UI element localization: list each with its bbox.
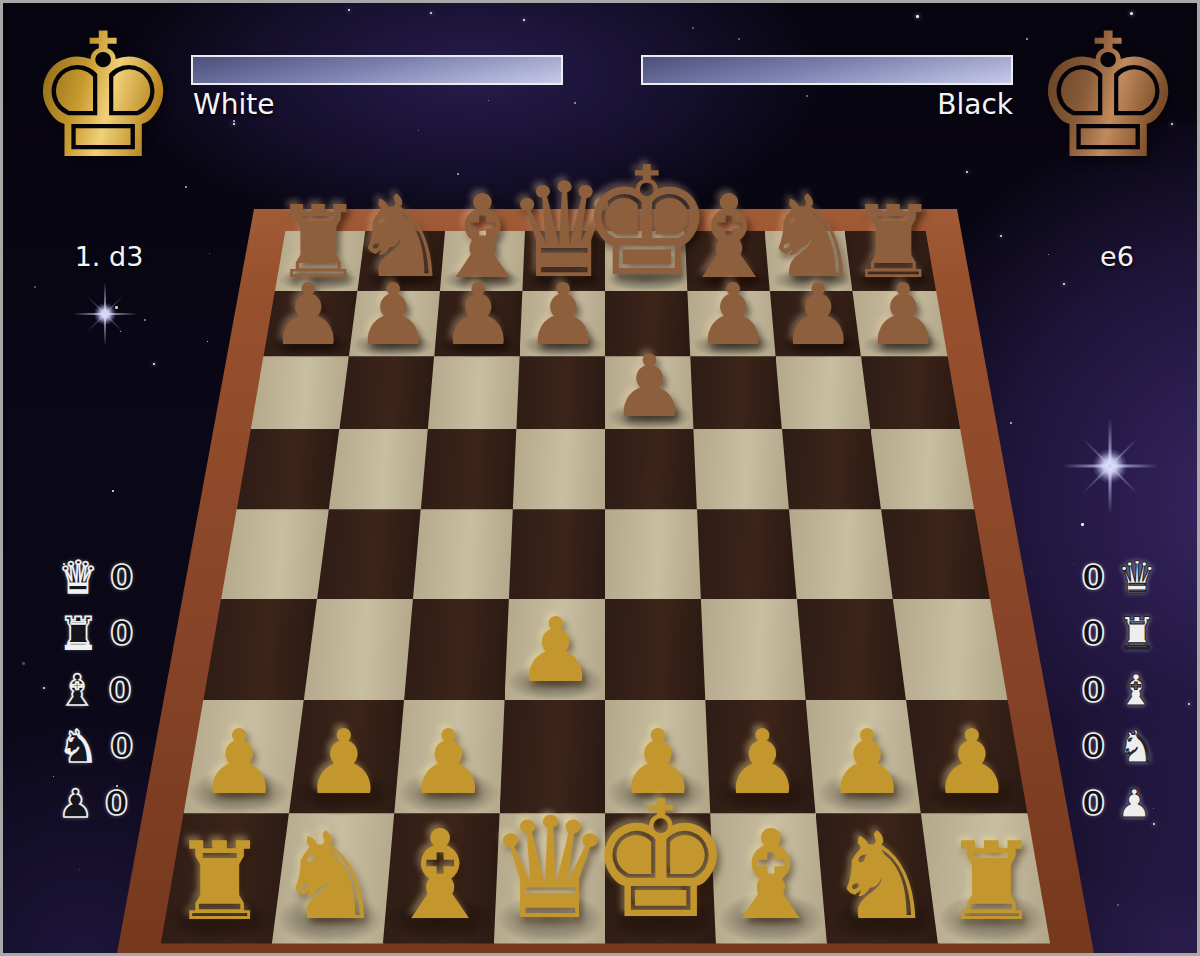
square-h4[interactable] [881,509,990,600]
square-a6[interactable] [251,356,350,430]
square-h6[interactable] [861,356,960,430]
captured-bishop-count: 0 [1082,674,1105,707]
rook-icon: ♜ [58,611,98,656]
piece-black-pawn-h7[interactable]: ♟ [865,272,941,357]
captured-pawn-count: 0 [105,787,128,820]
pawn-icon: ♟ [1117,784,1152,823]
square-d4[interactable] [509,509,606,600]
piece-white-pawn-g2[interactable]: ♟ [827,718,907,807]
queen-icon: ♛ [58,555,98,600]
square-d5[interactable] [513,429,606,510]
chess-app-window: ♜♞♝♛♚♝♞♜♟♟♟♟♟♟♟♟♟♟♟♟♟♟♟♟♜♞♝♛♚♝♞♜ ♚ ♚ 1. … [0,0,1200,956]
piece-black-pawn-f7[interactable]: ♟ [695,272,771,357]
piece-black-pawn-g7[interactable]: ♟ [780,272,856,357]
black-player-name: Black [641,88,1013,121]
knight-icon: ♞ [1117,724,1157,769]
square-a4[interactable] [221,509,330,600]
white-last-move-label: 1. d3 [39,241,179,272]
black-king-icon: ♚ [1031,11,1185,183]
captured-knight-count: 0 [1082,730,1105,763]
piece-white-pawn-a2[interactable]: ♟ [199,718,279,807]
piece-white-pawn-b2[interactable]: ♟ [304,718,384,807]
piece-white-king-e1[interactable]: ♚ [588,780,732,941]
captured-knight-count: 0 [110,730,133,763]
white-king-icon: ♚ [26,11,180,183]
piece-white-knight-b1[interactable]: ♞ [276,817,384,937]
square-g4[interactable] [789,509,894,600]
captured-black-pieces-tray: ♛0♜0♝0♞0♟0 [58,551,133,829]
piece-white-bishop-f1[interactable]: ♝ [716,815,826,938]
captured-right-bishop-row: 0♝ [1082,664,1157,716]
pawn-icon: ♟ [58,784,93,823]
captured-left-queen-row: ♛0 [58,551,133,603]
black-progress-bar [641,55,1013,85]
square-d6[interactable] [516,356,606,430]
queen-icon: ♛ [1117,555,1157,600]
piece-white-pawn-d3[interactable]: ♟ [516,606,596,695]
square-g3[interactable] [797,599,907,701]
square-g6[interactable] [776,356,872,430]
captured-left-rook-row: ♜0 [58,608,133,660]
square-e5[interactable] [605,429,698,510]
square-h3[interactable] [893,599,1008,701]
square-a3[interactable] [203,599,318,701]
square-f3[interactable] [701,599,807,701]
square-c6[interactable] [428,356,521,430]
piece-white-pawn-f2[interactable]: ♟ [723,718,803,807]
square-f6[interactable] [690,356,783,430]
square-g5[interactable] [782,429,882,510]
captured-pawn-count: 0 [1082,787,1105,820]
captured-right-pawn-row: 0♟ [1082,777,1157,829]
knight-icon: ♞ [58,724,98,769]
square-h5[interactable] [871,429,975,510]
chessboard-3d[interactable]: ♜♞♝♛♚♝♞♜♟♟♟♟♟♟♟♟♟♟♟♟♟♟♟♟♜♞♝♛♚♝♞♜ [3,3,1197,953]
captured-right-rook-row: 0♜ [1082,608,1157,660]
square-e4[interactable] [605,509,702,600]
captured-right-queen-row: 0♛ [1082,551,1157,603]
piece-black-pawn-b7[interactable]: ♟ [355,272,431,357]
square-b4[interactable] [317,509,422,600]
captured-left-bishop-row: ♝0 [58,664,133,716]
square-b6[interactable] [339,356,435,430]
bishop-icon: ♝ [58,669,97,712]
piece-white-rook-a1[interactable]: ♜ [171,828,268,936]
captured-white-pieces-tray: 0♛0♜0♝0♞0♟ [1082,551,1157,829]
piece-white-pawn-c2[interactable]: ♟ [409,718,489,807]
square-f4[interactable] [697,509,798,600]
piece-black-pawn-a7[interactable]: ♟ [270,272,346,357]
captured-rook-count: 0 [110,617,133,650]
captured-left-pawn-row: ♟0 [58,777,133,829]
white-progress-bar [191,55,563,85]
piece-black-pawn-d7[interactable]: ♟ [525,272,601,357]
square-a5[interactable] [237,429,341,510]
captured-queen-count: 0 [1082,561,1105,594]
bishop-icon: ♝ [1117,669,1156,712]
piece-white-bishop-c1[interactable]: ♝ [385,815,495,938]
square-b5[interactable] [329,429,429,510]
square-c5[interactable] [421,429,518,510]
white-player-name: White [193,88,565,121]
piece-white-pawn-h2[interactable]: ♟ [932,718,1012,807]
square-e3[interactable] [605,599,707,701]
piece-black-pawn-c7[interactable]: ♟ [440,272,516,357]
piece-black-pawn-e6[interactable]: ♟ [611,342,688,428]
captured-rook-count: 0 [1082,617,1105,650]
square-c3[interactable] [404,599,510,701]
captured-bishop-count: 0 [109,674,132,707]
square-b3[interactable] [304,599,414,701]
piece-white-rook-h1[interactable]: ♜ [943,828,1040,936]
black-last-move-label: e6 [1047,241,1187,272]
square-f5[interactable] [693,429,790,510]
captured-left-knight-row: ♞0 [58,721,133,773]
rook-icon: ♜ [1117,611,1157,656]
captured-right-knight-row: 0♞ [1082,721,1157,773]
piece-white-knight-g1[interactable]: ♞ [827,817,935,937]
captured-queen-count: 0 [110,561,133,594]
square-c4[interactable] [413,509,514,600]
